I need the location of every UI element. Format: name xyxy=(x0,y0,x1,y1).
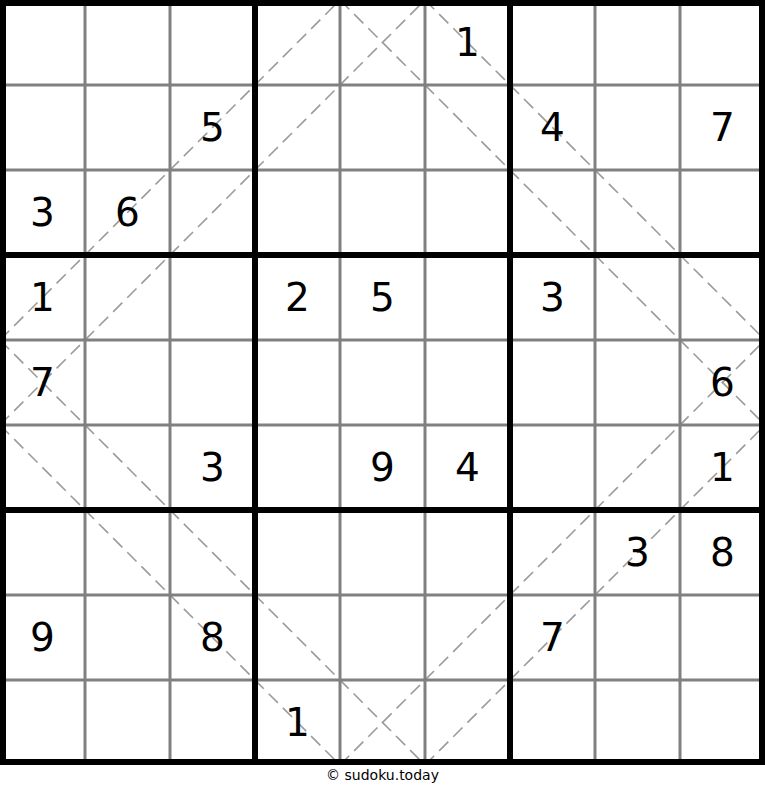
cell-r4c8[interactable] xyxy=(595,255,680,340)
cell-r2c8[interactable] xyxy=(595,85,680,170)
cell-r9c4[interactable]: 1 xyxy=(255,680,340,765)
footer-credit: © sudoku.today xyxy=(326,767,439,783)
cell-r6c7[interactable] xyxy=(510,425,595,510)
cell-r6c4[interactable] xyxy=(255,425,340,510)
cell-r8c4[interactable] xyxy=(255,595,340,680)
cell-r9c2[interactable] xyxy=(85,680,170,765)
cell-r3c6[interactable] xyxy=(425,170,510,255)
cell-r7c8[interactable]: 3 xyxy=(595,510,680,595)
cell-r3c7[interactable] xyxy=(510,170,595,255)
cell-r3c9[interactable] xyxy=(680,170,765,255)
cell-r9c7[interactable] xyxy=(510,680,595,765)
cell-r6c6[interactable]: 4 xyxy=(425,425,510,510)
cell-r8c9[interactable] xyxy=(680,595,765,680)
cell-r7c1[interactable] xyxy=(0,510,85,595)
cell-r2c2[interactable] xyxy=(85,85,170,170)
cell-r5c4[interactable] xyxy=(255,340,340,425)
cell-r4c7[interactable]: 3 xyxy=(510,255,595,340)
cell-r6c1[interactable] xyxy=(0,425,85,510)
cell-r1c8[interactable] xyxy=(595,0,680,85)
cell-r2c6[interactable] xyxy=(425,85,510,170)
cell-r1c2[interactable] xyxy=(85,0,170,85)
cell-r4c3[interactable] xyxy=(170,255,255,340)
cell-r8c1[interactable]: 9 xyxy=(0,595,85,680)
cell-r5c7[interactable] xyxy=(510,340,595,425)
cell-r4c6[interactable] xyxy=(425,255,510,340)
cell-r7c9[interactable]: 8 xyxy=(680,510,765,595)
cell-r8c5[interactable] xyxy=(340,595,425,680)
cell-r7c2[interactable] xyxy=(85,510,170,595)
cell-r2c3[interactable]: 5 xyxy=(170,85,255,170)
cell-r9c6[interactable] xyxy=(425,680,510,765)
cell-r3c2[interactable]: 6 xyxy=(85,170,170,255)
cell-r6c5[interactable]: 9 xyxy=(340,425,425,510)
cell-r1c3[interactable] xyxy=(170,0,255,85)
cell-r5c2[interactable] xyxy=(85,340,170,425)
cell-r1c7[interactable] xyxy=(510,0,595,85)
cell-r5c9[interactable]: 6 xyxy=(680,340,765,425)
cell-r9c5[interactable] xyxy=(340,680,425,765)
cell-r6c3[interactable]: 3 xyxy=(170,425,255,510)
cell-r1c4[interactable] xyxy=(255,0,340,85)
cell-r8c7[interactable]: 7 xyxy=(510,595,595,680)
cell-r6c9[interactable]: 1 xyxy=(680,425,765,510)
footer: © sudoku.today xyxy=(0,765,765,785)
cell-r7c5[interactable] xyxy=(340,510,425,595)
cell-r2c4[interactable] xyxy=(255,85,340,170)
cell-r4c5[interactable]: 5 xyxy=(340,255,425,340)
cell-r8c3[interactable]: 8 xyxy=(170,595,255,680)
cell-r5c6[interactable] xyxy=(425,340,510,425)
cell-r5c5[interactable] xyxy=(340,340,425,425)
cell-r3c1[interactable]: 3 xyxy=(0,170,85,255)
cell-r7c6[interactable] xyxy=(425,510,510,595)
cell-r2c7[interactable]: 4 xyxy=(510,85,595,170)
cell-r7c7[interactable] xyxy=(510,510,595,595)
cell-r5c1[interactable]: 7 xyxy=(0,340,85,425)
cell-r6c8[interactable] xyxy=(595,425,680,510)
cell-r3c3[interactable] xyxy=(170,170,255,255)
cell-r1c5[interactable] xyxy=(340,0,425,85)
sudoku-page: 1547361253763941389871 © sudoku.today xyxy=(0,0,765,785)
cell-r9c3[interactable] xyxy=(170,680,255,765)
cell-r4c4[interactable]: 2 xyxy=(255,255,340,340)
cell-r6c2[interactable] xyxy=(85,425,170,510)
cell-r2c1[interactable] xyxy=(0,85,85,170)
cell-r3c8[interactable] xyxy=(595,170,680,255)
cell-r8c2[interactable] xyxy=(85,595,170,680)
cell-r9c1[interactable] xyxy=(0,680,85,765)
cell-r1c6[interactable]: 1 xyxy=(425,0,510,85)
cell-r8c8[interactable] xyxy=(595,595,680,680)
cell-r5c3[interactable] xyxy=(170,340,255,425)
cell-r7c4[interactable] xyxy=(255,510,340,595)
cell-r9c9[interactable] xyxy=(680,680,765,765)
cell-r3c5[interactable] xyxy=(340,170,425,255)
cell-r2c9[interactable]: 7 xyxy=(680,85,765,170)
cell-r1c9[interactable] xyxy=(680,0,765,85)
cell-r2c5[interactable] xyxy=(340,85,425,170)
cell-r8c6[interactable] xyxy=(425,595,510,680)
cell-r4c1[interactable]: 1 xyxy=(0,255,85,340)
cell-r5c8[interactable] xyxy=(595,340,680,425)
cell-r4c9[interactable] xyxy=(680,255,765,340)
cell-r7c3[interactable] xyxy=(170,510,255,595)
cell-r9c8[interactable] xyxy=(595,680,680,765)
cell-r4c2[interactable] xyxy=(85,255,170,340)
sudoku-board: 1547361253763941389871 xyxy=(0,0,765,765)
cell-r3c4[interactable] xyxy=(255,170,340,255)
cells-grid: 1547361253763941389871 xyxy=(0,0,765,765)
cell-r1c1[interactable] xyxy=(0,0,85,85)
